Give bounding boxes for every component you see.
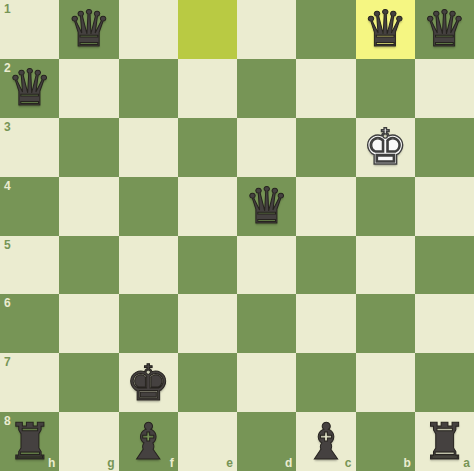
- file-label-e: e: [226, 456, 233, 470]
- square-g1[interactable]: ♛: [59, 0, 118, 59]
- square-b4[interactable]: [356, 177, 415, 236]
- black-bishop-icon[interactable]: ♝: [119, 412, 178, 471]
- square-a7[interactable]: [415, 353, 474, 412]
- square-g8[interactable]: g: [59, 412, 118, 471]
- black-king-icon[interactable]: ♚: [119, 353, 178, 412]
- square-a2[interactable]: [415, 59, 474, 118]
- square-e5[interactable]: [178, 236, 237, 295]
- square-h6[interactable]: 6: [0, 294, 59, 353]
- black-rook-icon[interactable]: ♜: [415, 412, 474, 471]
- square-a6[interactable]: [415, 294, 474, 353]
- black-queen-icon[interactable]: ♛: [415, 0, 474, 59]
- square-e4[interactable]: [178, 177, 237, 236]
- square-h5[interactable]: 5: [0, 236, 59, 295]
- square-f3[interactable]: [119, 118, 178, 177]
- square-h1[interactable]: 1: [0, 0, 59, 59]
- square-b8[interactable]: b: [356, 412, 415, 471]
- chess-board-container: 1♛♛♛2♛3♚4♛567♚8h♜gf♝edc♝ba♜: [0, 0, 474, 471]
- square-g4[interactable]: [59, 177, 118, 236]
- white-king-icon[interactable]: ♚: [356, 118, 415, 177]
- square-c7[interactable]: [296, 353, 355, 412]
- square-a4[interactable]: [415, 177, 474, 236]
- square-f7[interactable]: ♚: [119, 353, 178, 412]
- file-label-d: d: [285, 456, 292, 470]
- rank-label-5: 5: [4, 238, 11, 252]
- square-a1[interactable]: ♛: [415, 0, 474, 59]
- square-h4[interactable]: 4: [0, 177, 59, 236]
- black-rook-icon[interactable]: ♜: [0, 412, 59, 471]
- square-g6[interactable]: [59, 294, 118, 353]
- square-b6[interactable]: [356, 294, 415, 353]
- square-h2[interactable]: 2♛: [0, 59, 59, 118]
- square-d3[interactable]: [237, 118, 296, 177]
- rank-label-6: 6: [4, 296, 11, 310]
- square-d5[interactable]: [237, 236, 296, 295]
- square-e1[interactable]: [178, 0, 237, 59]
- square-b5[interactable]: [356, 236, 415, 295]
- square-e7[interactable]: [178, 353, 237, 412]
- black-queen-icon[interactable]: ♛: [0, 59, 59, 118]
- black-queen-icon[interactable]: ♛: [356, 0, 415, 59]
- rank-label-1: 1: [4, 2, 11, 16]
- square-b3[interactable]: ♚: [356, 118, 415, 177]
- square-g2[interactable]: [59, 59, 118, 118]
- square-d2[interactable]: [237, 59, 296, 118]
- file-label-g: g: [107, 456, 114, 470]
- square-e8[interactable]: e: [178, 412, 237, 471]
- square-c8[interactable]: c♝: [296, 412, 355, 471]
- square-e6[interactable]: [178, 294, 237, 353]
- square-c5[interactable]: [296, 236, 355, 295]
- square-d4[interactable]: ♛: [237, 177, 296, 236]
- black-queen-icon[interactable]: ♛: [237, 177, 296, 236]
- rank-label-4: 4: [4, 179, 11, 193]
- square-b1[interactable]: ♛: [356, 0, 415, 59]
- square-b7[interactable]: [356, 353, 415, 412]
- rank-label-7: 7: [4, 355, 11, 369]
- square-f5[interactable]: [119, 236, 178, 295]
- square-g5[interactable]: [59, 236, 118, 295]
- square-g7[interactable]: [59, 353, 118, 412]
- square-d1[interactable]: [237, 0, 296, 59]
- square-g3[interactable]: [59, 118, 118, 177]
- square-f2[interactable]: [119, 59, 178, 118]
- black-queen-icon[interactable]: ♛: [59, 0, 118, 59]
- square-f8[interactable]: f♝: [119, 412, 178, 471]
- square-c4[interactable]: [296, 177, 355, 236]
- square-c3[interactable]: [296, 118, 355, 177]
- square-f6[interactable]: [119, 294, 178, 353]
- square-h3[interactable]: 3: [0, 118, 59, 177]
- square-c1[interactable]: [296, 0, 355, 59]
- square-a8[interactable]: a♜: [415, 412, 474, 471]
- square-d8[interactable]: d: [237, 412, 296, 471]
- square-d6[interactable]: [237, 294, 296, 353]
- black-bishop-icon[interactable]: ♝: [296, 412, 355, 471]
- square-e2[interactable]: [178, 59, 237, 118]
- square-d7[interactable]: [237, 353, 296, 412]
- square-e3[interactable]: [178, 118, 237, 177]
- square-a3[interactable]: [415, 118, 474, 177]
- chess-board: 1♛♛♛2♛3♚4♛567♚8h♜gf♝edc♝ba♜: [0, 0, 474, 471]
- square-f1[interactable]: [119, 0, 178, 59]
- square-b2[interactable]: [356, 59, 415, 118]
- square-c6[interactable]: [296, 294, 355, 353]
- square-c2[interactable]: [296, 59, 355, 118]
- square-h8[interactable]: 8h♜: [0, 412, 59, 471]
- file-label-b: b: [403, 456, 410, 470]
- square-a5[interactable]: [415, 236, 474, 295]
- square-f4[interactable]: [119, 177, 178, 236]
- rank-label-3: 3: [4, 120, 11, 134]
- square-h7[interactable]: 7: [0, 353, 59, 412]
